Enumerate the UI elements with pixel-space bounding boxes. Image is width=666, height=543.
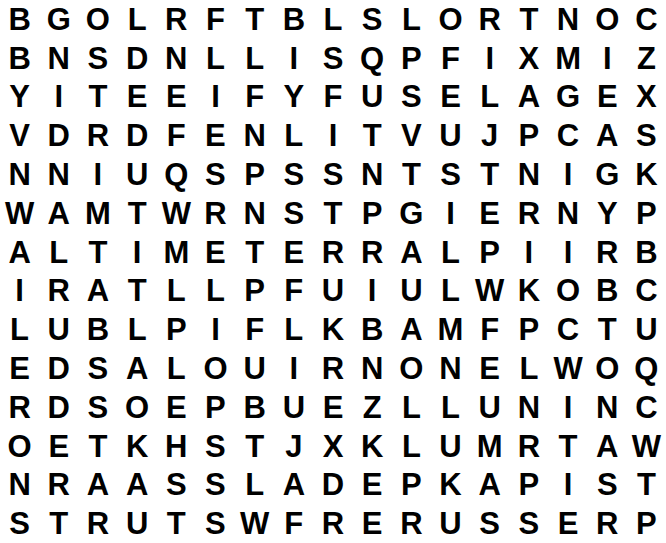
grid-cell[interactable]: I (548, 388, 587, 427)
grid-cell[interactable]: L (313, 0, 352, 39)
grid-cell[interactable]: O (392, 349, 431, 388)
grid-cell[interactable]: P (353, 194, 392, 233)
grid-cell[interactable]: T (313, 194, 352, 233)
grid-cell[interactable]: O (78, 0, 117, 39)
grid-cell[interactable]: I (118, 233, 157, 272)
grid-cell[interactable]: A (274, 465, 313, 504)
grid-cell[interactable]: R (39, 271, 78, 310)
grid-cell[interactable]: T (78, 78, 117, 117)
grid-cell[interactable]: A (78, 271, 117, 310)
grid-cell[interactable]: E (431, 78, 470, 117)
grid-cell[interactable]: F (196, 0, 235, 39)
grid-cell[interactable]: O (588, 349, 627, 388)
grid-cell[interactable]: R (78, 504, 117, 543)
grid-cell[interactable]: D (39, 349, 78, 388)
grid-cell[interactable]: U (431, 504, 470, 543)
grid-cell[interactable]: Q (627, 349, 666, 388)
grid-cell[interactable]: R (509, 194, 548, 233)
grid-cell[interactable]: M (431, 310, 470, 349)
grid-cell[interactable]: Z (353, 388, 392, 427)
grid-cell[interactable]: L (509, 349, 548, 388)
grid-cell[interactable]: K (627, 155, 666, 194)
grid-cell[interactable]: I (313, 116, 352, 155)
grid-cell[interactable]: S (588, 465, 627, 504)
grid-cell[interactable]: E (353, 465, 392, 504)
grid-cell[interactable]: I (196, 78, 235, 117)
grid-cell[interactable]: Q (157, 155, 196, 194)
grid-cell[interactable]: U (470, 388, 509, 427)
grid-cell[interactable]: L (0, 310, 39, 349)
grid-cell[interactable]: L (431, 388, 470, 427)
grid-cell[interactable]: C (627, 271, 666, 310)
grid-cell[interactable]: U (274, 388, 313, 427)
grid-cell[interactable]: G (392, 194, 431, 233)
grid-cell[interactable]: U (313, 271, 352, 310)
grid-cell[interactable]: P (509, 116, 548, 155)
grid-cell[interactable]: S (196, 155, 235, 194)
grid-cell[interactable]: P (470, 233, 509, 272)
grid-cell[interactable]: R (470, 0, 509, 39)
grid-cell[interactable]: H (157, 427, 196, 466)
grid-cell[interactable]: D (118, 39, 157, 78)
grid-cell[interactable]: R (313, 349, 352, 388)
grid-cell[interactable]: N (548, 0, 587, 39)
grid-cell[interactable]: D (39, 388, 78, 427)
grid-cell[interactable]: S (470, 504, 509, 543)
grid-cell[interactable]: R (313, 233, 352, 272)
grid-cell[interactable]: P (235, 271, 274, 310)
grid-cell[interactable]: C (627, 388, 666, 427)
grid-cell[interactable]: I (588, 39, 627, 78)
grid-cell[interactable]: T (157, 504, 196, 543)
grid-cell[interactable]: O (196, 349, 235, 388)
grid-cell[interactable]: P (196, 388, 235, 427)
grid-cell[interactable]: L (118, 0, 157, 39)
grid-cell[interactable]: C (548, 116, 587, 155)
grid-cell[interactable]: U (431, 116, 470, 155)
grid-cell[interactable]: T (235, 0, 274, 39)
grid-cell[interactable]: U (39, 310, 78, 349)
grid-cell[interactable]: P (157, 310, 196, 349)
word-search-grid: BGOLRFTBLSLORTNOCBNSDNLLISQPFIXMIZYITEEI… (0, 0, 666, 543)
grid-cell[interactable]: L (157, 271, 196, 310)
grid-cell[interactable]: S (313, 39, 352, 78)
grid-cell[interactable]: B (0, 0, 39, 39)
grid-cell[interactable]: R (392, 504, 431, 543)
grid-cell[interactable]: N (353, 155, 392, 194)
grid-cell[interactable]: B (627, 233, 666, 272)
grid-cell[interactable]: P (392, 465, 431, 504)
grid-cell[interactable]: F (235, 78, 274, 117)
grid-cell[interactable]: I (431, 194, 470, 233)
grid-cell[interactable]: L (431, 271, 470, 310)
grid-cell[interactable]: T (78, 427, 117, 466)
grid-cell[interactable]: L (392, 427, 431, 466)
grid-cell[interactable]: E (274, 233, 313, 272)
grid-cell[interactable]: R (509, 427, 548, 466)
grid-cell[interactable]: F (313, 78, 352, 117)
grid-cell[interactable]: J (470, 116, 509, 155)
grid-cell[interactable]: N (509, 155, 548, 194)
grid-cell[interactable]: I (548, 465, 587, 504)
grid-cell[interactable]: S (313, 155, 352, 194)
grid-cell[interactable]: S (392, 78, 431, 117)
grid-cell[interactable]: B (78, 310, 117, 349)
grid-cell[interactable]: B (353, 310, 392, 349)
grid-cell[interactable]: T (78, 233, 117, 272)
grid-cell[interactable]: U (392, 271, 431, 310)
grid-cell[interactable]: L (392, 0, 431, 39)
grid-cell[interactable]: M (470, 427, 509, 466)
grid-cell[interactable]: A (392, 233, 431, 272)
grid-cell[interactable]: W (0, 194, 39, 233)
grid-cell[interactable]: S (0, 504, 39, 543)
grid-cell[interactable]: K (431, 465, 470, 504)
grid-cell[interactable]: R (196, 194, 235, 233)
grid-cell[interactable]: L (235, 39, 274, 78)
grid-cell[interactable]: N (0, 465, 39, 504)
grid-cell[interactable]: I (509, 233, 548, 272)
grid-cell[interactable]: K (118, 427, 157, 466)
grid-cell[interactable]: E (157, 78, 196, 117)
grid-cell[interactable]: S (157, 465, 196, 504)
grid-cell[interactable]: N (509, 388, 548, 427)
grid-cell[interactable]: L (196, 39, 235, 78)
grid-cell[interactable]: Q (353, 39, 392, 78)
grid-cell[interactable]: R (0, 388, 39, 427)
grid-cell[interactable]: S (196, 465, 235, 504)
grid-cell[interactable]: A (509, 78, 548, 117)
grid-cell[interactable]: W (627, 427, 666, 466)
grid-cell[interactable]: E (353, 504, 392, 543)
grid-cell[interactable]: N (353, 349, 392, 388)
grid-cell[interactable]: P (392, 39, 431, 78)
grid-cell[interactable]: S (431, 155, 470, 194)
grid-cell[interactable]: V (392, 116, 431, 155)
grid-cell[interactable]: W (470, 271, 509, 310)
grid-cell[interactable]: T (627, 465, 666, 504)
grid-cell[interactable]: F (274, 504, 313, 543)
grid-cell[interactable]: R (157, 0, 196, 39)
grid-cell[interactable]: W (235, 504, 274, 543)
grid-cell[interactable]: Z (627, 39, 666, 78)
grid-cell[interactable]: U (118, 155, 157, 194)
grid-cell[interactable]: G (39, 0, 78, 39)
grid-cell[interactable]: L (431, 233, 470, 272)
grid-cell[interactable]: F (431, 39, 470, 78)
grid-cell[interactable]: E (548, 504, 587, 543)
grid-cell[interactable]: M (78, 194, 117, 233)
grid-cell[interactable]: A (78, 465, 117, 504)
grid-cell[interactable]: T (392, 155, 431, 194)
grid-cell[interactable]: K (353, 427, 392, 466)
grid-cell[interactable]: M (157, 233, 196, 272)
grid-cell[interactable]: L (157, 349, 196, 388)
grid-cell[interactable]: Y (588, 194, 627, 233)
grid-cell[interactable]: F (274, 271, 313, 310)
grid-cell[interactable]: L (118, 310, 157, 349)
grid-cell[interactable]: L (235, 465, 274, 504)
grid-cell[interactable]: T (118, 194, 157, 233)
grid-cell[interactable]: E (0, 349, 39, 388)
grid-cell[interactable]: S (353, 0, 392, 39)
grid-cell[interactable]: I (548, 233, 587, 272)
grid-cell[interactable]: R (588, 504, 627, 543)
grid-cell[interactable]: E (157, 388, 196, 427)
grid-cell[interactable]: B (235, 388, 274, 427)
grid-cell[interactable]: D (118, 116, 157, 155)
grid-cell[interactable]: T (509, 0, 548, 39)
grid-cell[interactable]: N (0, 155, 39, 194)
grid-cell[interactable]: T (470, 155, 509, 194)
grid-cell[interactable]: G (548, 78, 587, 117)
grid-cell[interactable]: B (274, 0, 313, 39)
grid-cell[interactable]: P (235, 155, 274, 194)
grid-cell[interactable]: T (548, 427, 587, 466)
grid-cell[interactable]: I (274, 39, 313, 78)
grid-cell[interactable]: C (627, 0, 666, 39)
grid-cell[interactable]: S (274, 155, 313, 194)
grid-cell[interactable]: U (118, 504, 157, 543)
grid-cell[interactable]: I (78, 155, 117, 194)
grid-cell[interactable]: E (470, 349, 509, 388)
grid-cell[interactable]: F (235, 310, 274, 349)
grid-cell[interactable]: S (78, 349, 117, 388)
grid-cell[interactable]: I (274, 349, 313, 388)
grid-cell[interactable]: A (118, 349, 157, 388)
grid-cell[interactable]: L (274, 116, 313, 155)
grid-cell[interactable]: L (470, 78, 509, 117)
grid-cell[interactable]: F (470, 310, 509, 349)
grid-cell[interactable]: P (509, 310, 548, 349)
grid-cell[interactable]: I (196, 310, 235, 349)
grid-cell[interactable]: E (39, 427, 78, 466)
grid-cell[interactable]: E (196, 116, 235, 155)
grid-cell[interactable]: D (313, 465, 352, 504)
grid-cell[interactable]: N (548, 194, 587, 233)
grid-cell[interactable]: S (627, 116, 666, 155)
grid-cell[interactable]: I (353, 271, 392, 310)
grid-cell[interactable]: I (39, 78, 78, 117)
grid-cell[interactable]: B (588, 271, 627, 310)
grid-cell[interactable]: X (627, 78, 666, 117)
grid-cell[interactable]: E (588, 78, 627, 117)
grid-cell[interactable]: A (39, 194, 78, 233)
grid-cell[interactable]: D (39, 116, 78, 155)
grid-cell[interactable]: E (470, 194, 509, 233)
grid-cell[interactable]: M (548, 39, 587, 78)
grid-cell[interactable]: A (0, 233, 39, 272)
grid-cell[interactable]: P (627, 504, 666, 543)
grid-cell[interactable]: U (627, 310, 666, 349)
grid-cell[interactable]: N (431, 349, 470, 388)
grid-cell[interactable]: E (118, 78, 157, 117)
grid-cell[interactable]: I (548, 155, 587, 194)
grid-cell[interactable]: L (196, 271, 235, 310)
grid-cell[interactable]: L (274, 310, 313, 349)
grid-cell[interactable]: N (157, 39, 196, 78)
grid-cell[interactable]: T (235, 233, 274, 272)
grid-cell[interactable]: U (431, 427, 470, 466)
grid-cell[interactable]: T (588, 310, 627, 349)
grid-cell[interactable]: N (39, 155, 78, 194)
grid-cell[interactable]: A (588, 427, 627, 466)
grid-cell[interactable]: L (39, 233, 78, 272)
grid-cell[interactable]: E (313, 388, 352, 427)
grid-cell[interactable]: O (548, 271, 587, 310)
grid-cell[interactable]: S (78, 388, 117, 427)
grid-cell[interactable]: R (313, 504, 352, 543)
grid-cell[interactable]: S (196, 504, 235, 543)
grid-cell[interactable]: A (588, 116, 627, 155)
grid-cell[interactable]: A (470, 465, 509, 504)
grid-cell[interactable]: W (548, 349, 587, 388)
grid-cell[interactable]: C (548, 310, 587, 349)
grid-cell[interactable]: N (235, 194, 274, 233)
grid-cell[interactable]: U (235, 349, 274, 388)
grid-cell[interactable]: S (509, 504, 548, 543)
grid-cell[interactable]: I (0, 271, 39, 310)
grid-cell[interactable]: O (588, 0, 627, 39)
grid-cell[interactable]: T (353, 116, 392, 155)
grid-cell[interactable]: R (39, 465, 78, 504)
grid-cell[interactable]: E (196, 233, 235, 272)
grid-cell[interactable]: K (509, 271, 548, 310)
grid-cell[interactable]: P (627, 194, 666, 233)
grid-cell[interactable]: J (274, 427, 313, 466)
grid-cell[interactable]: N (235, 116, 274, 155)
grid-cell[interactable]: P (509, 465, 548, 504)
grid-cell[interactable]: V (0, 116, 39, 155)
grid-cell[interactable]: R (588, 233, 627, 272)
grid-cell[interactable]: Y (274, 78, 313, 117)
word-search-page: BGOLRFTBLSLORTNOCBNSDNLLISQPFIXMIZYITEEI… (0, 0, 666, 543)
grid-cell[interactable]: R (353, 233, 392, 272)
grid-cell[interactable]: T (39, 504, 78, 543)
grid-cell[interactable]: F (157, 116, 196, 155)
grid-cell[interactable]: I (470, 39, 509, 78)
grid-cell[interactable]: S (78, 39, 117, 78)
grid-cell[interactable]: O (118, 388, 157, 427)
grid-cell[interactable]: T (235, 427, 274, 466)
grid-cell[interactable]: R (78, 116, 117, 155)
grid-cell[interactable]: T (118, 271, 157, 310)
grid-cell[interactable]: G (588, 155, 627, 194)
grid-cell[interactable]: A (118, 465, 157, 504)
grid-cell[interactable]: O (0, 427, 39, 466)
grid-cell[interactable]: B (0, 39, 39, 78)
grid-cell[interactable]: Y (0, 78, 39, 117)
grid-cell[interactable]: O (431, 0, 470, 39)
grid-cell[interactable]: S (196, 427, 235, 466)
grid-cell[interactable]: U (353, 78, 392, 117)
grid-cell[interactable]: N (39, 39, 78, 78)
grid-cell[interactable]: S (274, 194, 313, 233)
grid-cell[interactable]: X (313, 427, 352, 466)
grid-cell[interactable]: K (313, 310, 352, 349)
grid-cell[interactable]: X (509, 39, 548, 78)
grid-cell[interactable]: L (392, 388, 431, 427)
grid-cell[interactable]: N (588, 388, 627, 427)
grid-cell[interactable]: A (392, 310, 431, 349)
grid-cell[interactable]: W (157, 194, 196, 233)
